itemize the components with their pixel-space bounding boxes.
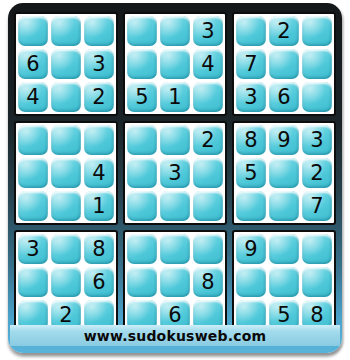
- cell-r5c6[interactable]: [193, 158, 223, 188]
- cell-r5c1[interactable]: [18, 158, 48, 188]
- cell-r1c6[interactable]: 3: [193, 16, 223, 46]
- cell-r3c7[interactable]: 3: [236, 82, 266, 112]
- box-bottom-center: 86: [123, 230, 227, 334]
- cell-r8c4[interactable]: [127, 267, 157, 297]
- cell-r3c2[interactable]: [51, 82, 81, 112]
- cell-r6c4[interactable]: [127, 191, 157, 221]
- cell-digit: 5: [244, 163, 257, 184]
- cell-r2c6[interactable]: 4: [193, 49, 223, 79]
- cell-digit: 2: [310, 163, 323, 184]
- cell-digit: 5: [277, 305, 290, 326]
- cell-r8c9[interactable]: [302, 267, 332, 297]
- cell-r5c3[interactable]: 4: [84, 158, 114, 188]
- cell-digit: 8: [244, 130, 257, 151]
- cell-r1c8[interactable]: 2: [269, 16, 299, 46]
- cell-digit: 7: [310, 196, 323, 217]
- box-bottom-left: 3862: [14, 230, 118, 334]
- box-bottom-right: 958: [232, 230, 336, 334]
- cell-digit: 6: [168, 305, 181, 326]
- board-frame: 6342 3451 2736 41 23 893527 3862 86 958 …: [8, 3, 342, 353]
- cell-r7c2[interactable]: [51, 234, 81, 264]
- cell-digit: 8: [310, 305, 323, 326]
- cell-digit: 6: [26, 54, 39, 75]
- cell-digit: 1: [168, 87, 181, 108]
- cell-r1c2[interactable]: [51, 16, 81, 46]
- cell-r1c9[interactable]: [302, 16, 332, 46]
- cell-digit: 2: [92, 87, 105, 108]
- cell-r1c7[interactable]: [236, 16, 266, 46]
- cell-r7c5[interactable]: [160, 234, 190, 264]
- cell-digit: 9: [244, 239, 257, 260]
- cell-r5c5[interactable]: 3: [160, 158, 190, 188]
- cell-digit: 3: [26, 239, 39, 260]
- cell-r6c5[interactable]: [160, 191, 190, 221]
- cell-r1c5[interactable]: [160, 16, 190, 46]
- cell-r2c5[interactable]: [160, 49, 190, 79]
- box-top-left: 6342: [14, 12, 118, 116]
- cell-r2c9[interactable]: [302, 49, 332, 79]
- cell-r6c6[interactable]: [193, 191, 223, 221]
- cell-r5c7[interactable]: 5: [236, 158, 266, 188]
- cell-r8c3[interactable]: 6: [84, 267, 114, 297]
- cell-r6c2[interactable]: [51, 191, 81, 221]
- cell-digit: 6: [92, 272, 105, 293]
- cell-r7c7[interactable]: 9: [236, 234, 266, 264]
- cell-r3c4[interactable]: 5: [127, 82, 157, 112]
- cell-digit: 7: [244, 54, 257, 75]
- cell-digit: 4: [26, 87, 39, 108]
- cell-digit: 3: [244, 87, 257, 108]
- box-middle-center: 23: [123, 121, 227, 225]
- cell-r3c6[interactable]: [193, 82, 223, 112]
- cell-digit: 3: [310, 130, 323, 151]
- cell-digit: 6: [277, 87, 290, 108]
- cell-r7c3[interactable]: 8: [84, 234, 114, 264]
- cell-r8c5[interactable]: [160, 267, 190, 297]
- cell-r5c9[interactable]: 2: [302, 158, 332, 188]
- cell-digit: 3: [201, 21, 214, 42]
- site-url[interactable]: www.sudokusweb.com: [84, 328, 267, 344]
- cell-r8c8[interactable]: [269, 267, 299, 297]
- cell-r7c8[interactable]: [269, 234, 299, 264]
- box-middle-left: 41: [14, 121, 118, 225]
- cell-r1c3[interactable]: [84, 16, 114, 46]
- cell-digit: 9: [277, 130, 290, 151]
- cell-r4c2[interactable]: [51, 125, 81, 155]
- cell-r2c3[interactable]: 3: [84, 49, 114, 79]
- cell-digit: 8: [92, 239, 105, 260]
- cell-digit: 1: [92, 196, 105, 217]
- cell-r4c5[interactable]: [160, 125, 190, 155]
- cell-r7c1[interactable]: 3: [18, 234, 48, 264]
- cell-r3c8[interactable]: 6: [269, 82, 299, 112]
- cell-r7c9[interactable]: [302, 234, 332, 264]
- cell-digit: 2: [59, 305, 72, 326]
- cell-r8c1[interactable]: [18, 267, 48, 297]
- cell-r4c3[interactable]: [84, 125, 114, 155]
- cell-r1c1[interactable]: [18, 16, 48, 46]
- cell-digit: 4: [201, 54, 214, 75]
- cell-r6c8[interactable]: [269, 191, 299, 221]
- cell-r6c7[interactable]: [236, 191, 266, 221]
- cell-digit: 2: [277, 21, 290, 42]
- box-top-right: 2736: [232, 12, 336, 116]
- sudoku-board: 6342 3451 2736 41 23 893527 3862 86 958: [14, 12, 336, 334]
- cell-r3c5[interactable]: 1: [160, 82, 190, 112]
- cell-r2c7[interactable]: 7: [236, 49, 266, 79]
- cell-r2c2[interactable]: [51, 49, 81, 79]
- cell-r5c4[interactable]: [127, 158, 157, 188]
- cell-r1c4[interactable]: [127, 16, 157, 46]
- cell-r6c1[interactable]: [18, 191, 48, 221]
- cell-r5c8[interactable]: [269, 158, 299, 188]
- cell-r3c9[interactable]: [302, 82, 332, 112]
- cell-r4c8[interactable]: 9: [269, 125, 299, 155]
- cell-digit: 3: [92, 54, 105, 75]
- cell-r3c3[interactable]: 2: [84, 82, 114, 112]
- cell-r3c1[interactable]: 4: [18, 82, 48, 112]
- cell-r8c2[interactable]: [51, 267, 81, 297]
- footer-band: www.sudokusweb.com: [10, 325, 340, 346]
- cell-r7c4[interactable]: [127, 234, 157, 264]
- cell-r8c6[interactable]: 8: [193, 267, 223, 297]
- cell-r4c1[interactable]: [18, 125, 48, 155]
- cell-digit: 3: [168, 163, 181, 184]
- cell-r5c2[interactable]: [51, 158, 81, 188]
- cell-r7c6[interactable]: [193, 234, 223, 264]
- cell-r4c9[interactable]: 3: [302, 125, 332, 155]
- cell-r8c7[interactable]: [236, 267, 266, 297]
- cell-digit: 2: [201, 130, 214, 151]
- box-middle-right: 893527: [232, 121, 336, 225]
- box-top-center: 3451: [123, 12, 227, 116]
- cell-r2c1[interactable]: 6: [18, 49, 48, 79]
- cell-r4c6[interactable]: 2: [193, 125, 223, 155]
- cell-r2c8[interactable]: [269, 49, 299, 79]
- cell-r2c4[interactable]: [127, 49, 157, 79]
- cell-r6c9[interactable]: 7: [302, 191, 332, 221]
- cell-r4c7[interactable]: 8: [236, 125, 266, 155]
- cell-r6c3[interactable]: 1: [84, 191, 114, 221]
- cell-digit: 4: [92, 163, 105, 184]
- cell-digit: 8: [201, 272, 214, 293]
- cell-r4c4[interactable]: [127, 125, 157, 155]
- cell-digit: 5: [135, 87, 148, 108]
